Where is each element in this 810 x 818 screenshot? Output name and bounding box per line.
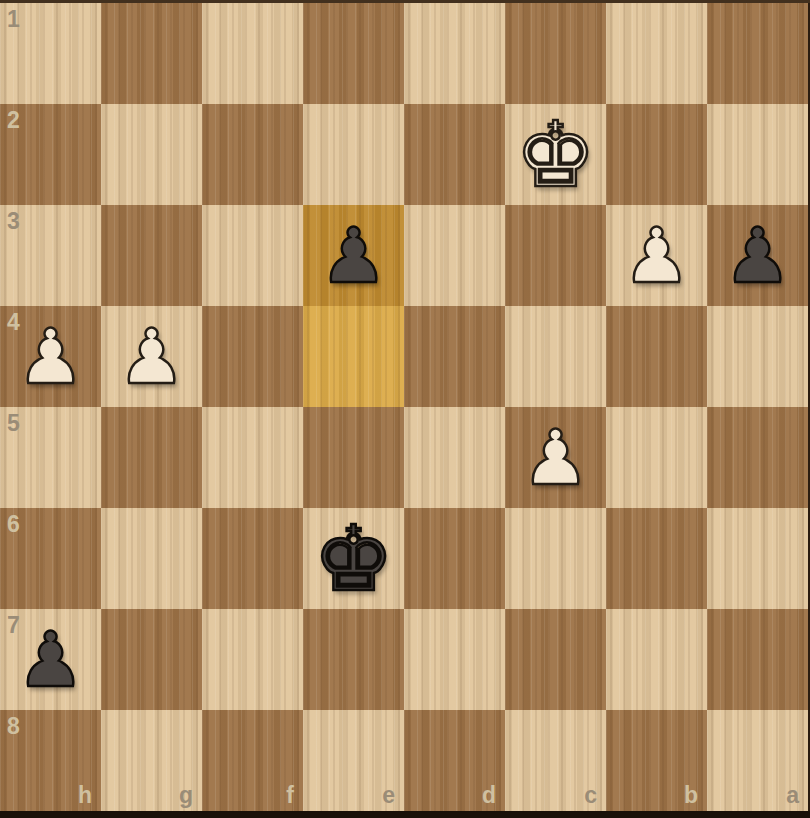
white-pawn-b3[interactable]: ♟ (606, 205, 707, 306)
square-b7[interactable] (606, 609, 707, 710)
square-g1[interactable] (101, 3, 202, 104)
file-label-c: c (584, 784, 597, 807)
square-c4[interactable] (505, 306, 606, 407)
square-d1[interactable] (404, 3, 505, 104)
square-e2[interactable] (303, 104, 404, 205)
square-c8[interactable]: c (505, 710, 606, 811)
chess-board-app: 12♚3♟♟♟4♟♟5♟6♚7♟8hgfedcba (0, 0, 810, 818)
file-label-d: d (482, 784, 496, 807)
square-g6[interactable] (101, 508, 202, 609)
square-b8[interactable]: b (606, 710, 707, 811)
square-g2[interactable] (101, 104, 202, 205)
square-a5[interactable] (707, 407, 808, 508)
square-d2[interactable] (404, 104, 505, 205)
square-h3[interactable]: 3 (0, 205, 101, 306)
square-f5[interactable] (202, 407, 303, 508)
file-label-a: a (786, 784, 799, 807)
square-c1[interactable] (505, 3, 606, 104)
square-h1[interactable]: 1 (0, 3, 101, 104)
rank-label-2: 2 (7, 109, 20, 132)
square-f2[interactable] (202, 104, 303, 205)
square-b1[interactable] (606, 3, 707, 104)
square-h5[interactable]: 5 (0, 407, 101, 508)
black-pawn-h7[interactable]: ♟ (0, 609, 101, 710)
white-pawn-g4[interactable]: ♟ (101, 306, 202, 407)
file-label-e: e (382, 784, 395, 807)
square-f6[interactable] (202, 508, 303, 609)
file-label-g: g (179, 784, 193, 807)
square-c6[interactable] (505, 508, 606, 609)
square-e3[interactable]: ♟ (303, 205, 404, 306)
rank-label-6: 6 (7, 513, 20, 536)
black-pawn-e3[interactable]: ♟ (303, 205, 404, 306)
white-king-c2[interactable]: ♚ (505, 104, 606, 205)
square-f4[interactable] (202, 306, 303, 407)
square-g3[interactable] (101, 205, 202, 306)
square-b3[interactable]: ♟ (606, 205, 707, 306)
square-f8[interactable]: f (202, 710, 303, 811)
square-a8[interactable]: a (707, 710, 808, 811)
file-label-h: h (78, 784, 92, 807)
rank-label-3: 3 (7, 210, 20, 233)
square-e7[interactable] (303, 609, 404, 710)
square-c5[interactable]: ♟ (505, 407, 606, 508)
square-e5[interactable] (303, 407, 404, 508)
file-label-f: f (286, 784, 294, 807)
square-h4[interactable]: 4♟ (0, 306, 101, 407)
square-a1[interactable] (707, 3, 808, 104)
square-h6[interactable]: 6 (0, 508, 101, 609)
square-d8[interactable]: d (404, 710, 505, 811)
square-g7[interactable] (101, 609, 202, 710)
black-king-e6[interactable]: ♚ (303, 508, 404, 609)
square-f3[interactable] (202, 205, 303, 306)
square-e4[interactable] (303, 306, 404, 407)
square-b2[interactable] (606, 104, 707, 205)
square-b4[interactable] (606, 306, 707, 407)
square-e1[interactable] (303, 3, 404, 104)
square-g5[interactable] (101, 407, 202, 508)
square-d5[interactable] (404, 407, 505, 508)
square-a2[interactable] (707, 104, 808, 205)
square-d3[interactable] (404, 205, 505, 306)
square-e6[interactable]: ♚ (303, 508, 404, 609)
square-e8[interactable]: e (303, 710, 404, 811)
rank-label-1: 1 (7, 8, 20, 31)
rank-label-5: 5 (7, 412, 20, 435)
square-g4[interactable]: ♟ (101, 306, 202, 407)
square-h7[interactable]: 7♟ (0, 609, 101, 710)
square-a6[interactable] (707, 508, 808, 609)
square-d7[interactable] (404, 609, 505, 710)
square-h2[interactable]: 2 (0, 104, 101, 205)
square-a4[interactable] (707, 306, 808, 407)
square-d6[interactable] (404, 508, 505, 609)
board-bottom-border (0, 811, 810, 818)
square-b5[interactable] (606, 407, 707, 508)
square-c2[interactable]: ♚ (505, 104, 606, 205)
white-pawn-h4[interactable]: ♟ (0, 306, 101, 407)
square-c7[interactable] (505, 609, 606, 710)
black-pawn-a3[interactable]: ♟ (707, 205, 808, 306)
white-pawn-c5[interactable]: ♟ (505, 407, 606, 508)
square-c3[interactable] (505, 205, 606, 306)
file-label-b: b (684, 784, 698, 807)
square-f1[interactable] (202, 3, 303, 104)
square-a7[interactable] (707, 609, 808, 710)
chess-board: 12♚3♟♟♟4♟♟5♟6♚7♟8hgfedcba (0, 3, 808, 811)
square-g8[interactable]: g (101, 710, 202, 811)
square-d4[interactable] (404, 306, 505, 407)
square-b6[interactable] (606, 508, 707, 609)
square-a3[interactable]: ♟ (707, 205, 808, 306)
square-h8[interactable]: 8h (0, 710, 101, 811)
rank-label-8: 8 (7, 715, 20, 738)
square-f7[interactable] (202, 609, 303, 710)
